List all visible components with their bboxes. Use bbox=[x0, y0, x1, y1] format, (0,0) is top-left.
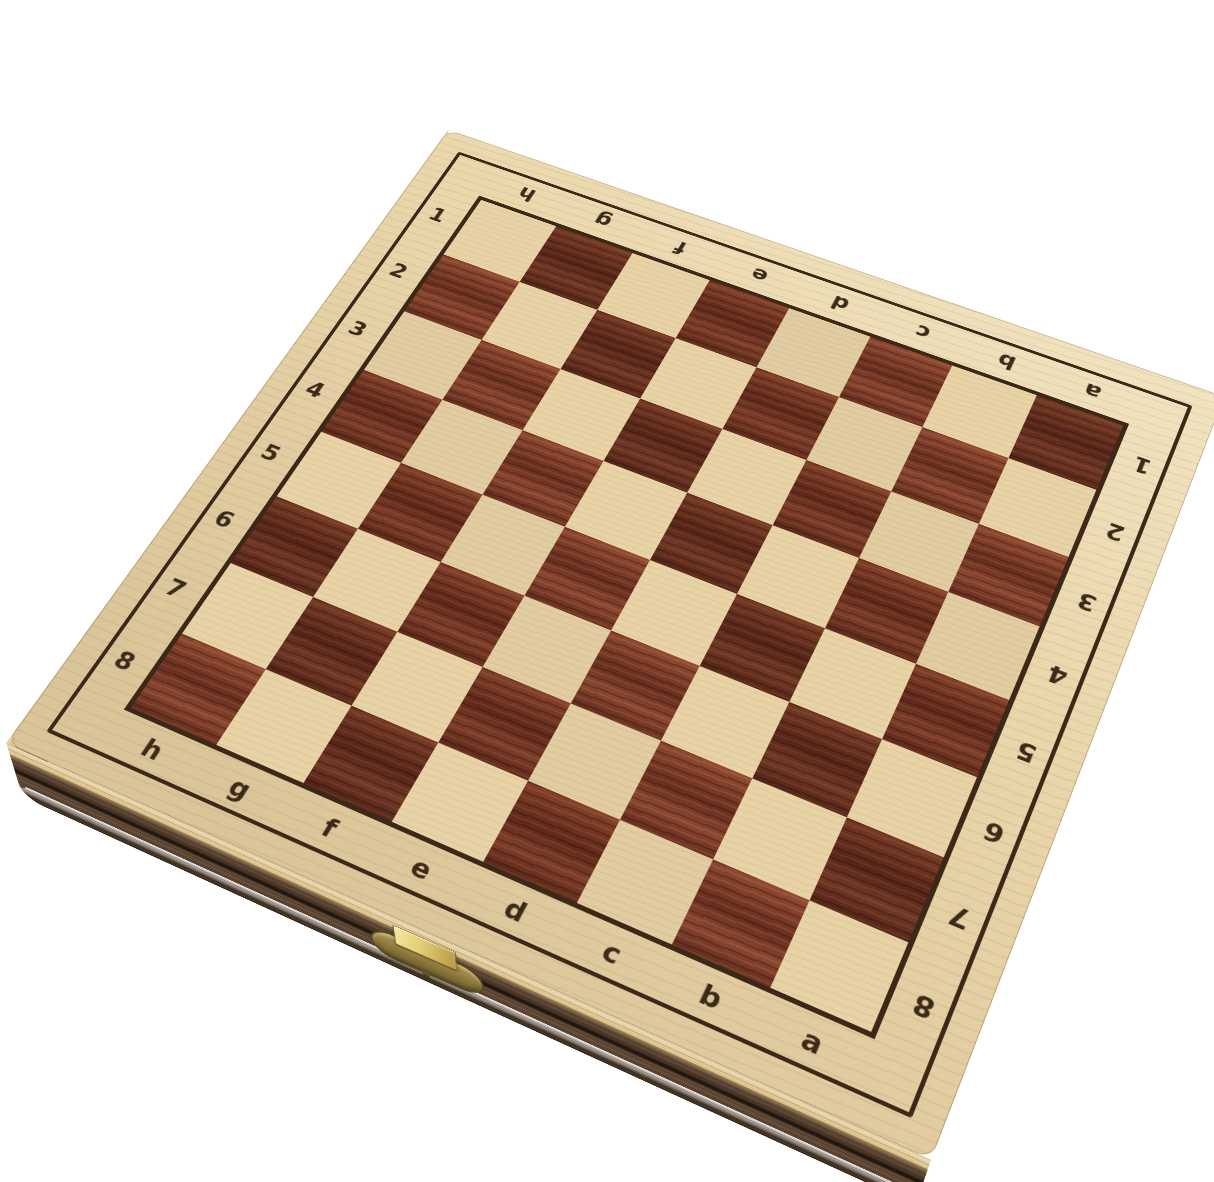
square-d6 bbox=[571, 630, 700, 741]
rank-label-left-8: 8 bbox=[78, 616, 171, 708]
square-e7 bbox=[438, 667, 570, 780]
square-d7 bbox=[528, 704, 661, 820]
product-photo-page: hgfedcba hgfedcba 12345678 12345678 bbox=[0, 0, 1214, 1182]
square-c6 bbox=[661, 666, 790, 779]
square-d8 bbox=[483, 781, 619, 903]
chess-box: hgfedcba hgfedcba 12345678 12345678 bbox=[6, 130, 1214, 1160]
file-label-near-b: b bbox=[650, 954, 771, 1042]
rank-label-right-8: 8 bbox=[881, 951, 968, 1064]
rank-label-right-5: 5 bbox=[987, 704, 1066, 801]
file-labels-near-edge: hgfedcba bbox=[96, 712, 873, 1088]
file-label-near-f: f bbox=[272, 789, 387, 869]
square-e8 bbox=[392, 743, 528, 862]
board-lid-top: hgfedcba hgfedcba 12345678 12345678 bbox=[6, 130, 1214, 1160]
square-b6 bbox=[753, 702, 883, 818]
square-a5 bbox=[882, 664, 1009, 777]
square-a7 bbox=[810, 818, 944, 943]
square-f6 bbox=[397, 562, 525, 668]
file-label-near-a: a bbox=[751, 997, 873, 1088]
rank-label-left-7: 7 bbox=[130, 545, 220, 633]
square-b8 bbox=[672, 860, 809, 988]
square-b5 bbox=[790, 628, 916, 739]
square-f8 bbox=[303, 706, 438, 822]
chess-board-grid bbox=[124, 196, 1129, 1040]
file-label-near-e: e bbox=[363, 828, 479, 910]
square-c7 bbox=[620, 741, 753, 860]
square-h7 bbox=[182, 563, 313, 669]
square-g8 bbox=[216, 669, 351, 783]
square-e6 bbox=[483, 596, 612, 704]
square-h8 bbox=[131, 634, 265, 745]
square-a6 bbox=[847, 739, 977, 858]
rank-label-right-6: 6 bbox=[954, 782, 1035, 884]
file-label-near-g: g bbox=[183, 750, 296, 828]
square-c5 bbox=[700, 594, 826, 702]
square-b7 bbox=[713, 779, 846, 901]
file-label-near-d: d bbox=[456, 869, 574, 953]
rank-label-right-4: 4 bbox=[1020, 630, 1096, 723]
square-c8 bbox=[577, 820, 714, 945]
square-d5 bbox=[611, 560, 737, 666]
photo-scene: hgfedcba hgfedcba 12345678 12345678 bbox=[0, 0, 1214, 1182]
square-b4 bbox=[825, 558, 948, 664]
square-g7 bbox=[265, 597, 396, 705]
square-a8 bbox=[771, 901, 909, 1032]
file-label-near-c: c bbox=[552, 911, 671, 997]
square-a4 bbox=[916, 592, 1039, 700]
rank-label-right-3: 3 bbox=[1050, 559, 1124, 647]
rank-label-right-7: 7 bbox=[918, 865, 1002, 972]
square-f7 bbox=[351, 632, 483, 743]
file-label-near-h: h bbox=[96, 712, 208, 788]
